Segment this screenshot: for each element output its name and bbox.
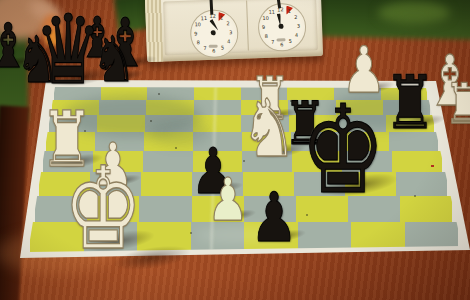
black-king-f6[interactable]: ♚ [300,89,385,211]
white-king-h2[interactable]: ♚ [63,152,143,266]
captured-white-rook-2[interactable]: ♜ [444,76,470,132]
piece-layer: ♜♟♚♜♞♟♟♟♜♚♜♝♝♝♞♛♞♟♝♜ [0,0,470,300]
white-knight-e5[interactable]: ♞ [241,89,297,169]
black-pawn-h5[interactable]: ♟ [250,184,298,252]
white-pawn-g4[interactable]: ♟ [207,170,248,229]
black-rook-c8[interactable]: ♜ [384,65,436,139]
photo-stage: 123456789101112123456789101112 ♜♟♚♜♞♟♟♟♜… [0,0,470,300]
captured-black-queen-4[interactable]: ♛ [34,2,101,98]
